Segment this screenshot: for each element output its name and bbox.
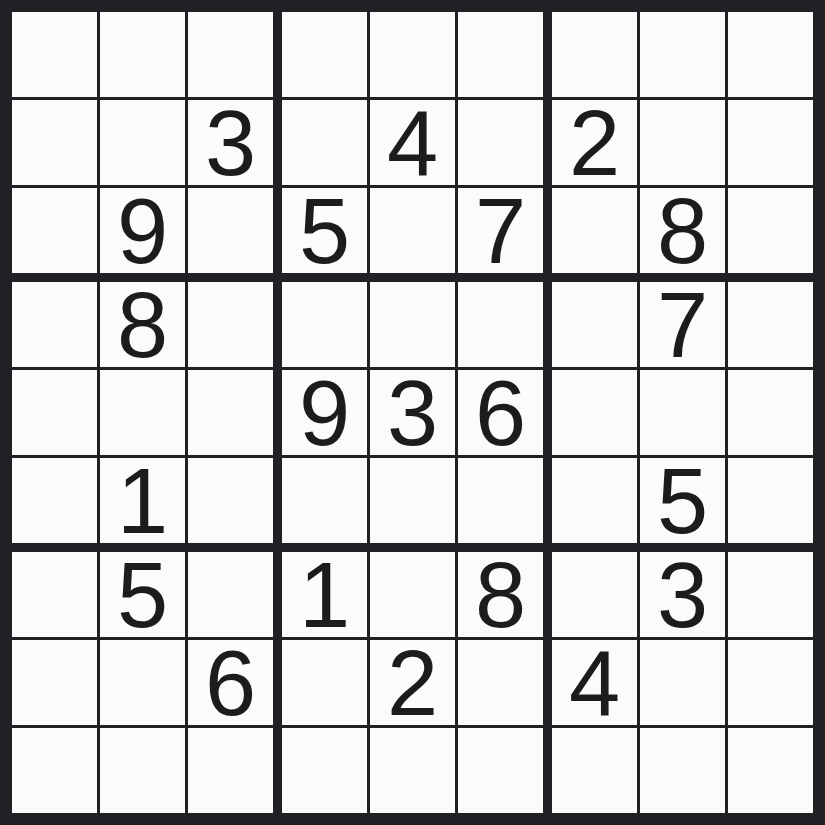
cell-r3c8-given[interactable]: 8 bbox=[640, 188, 725, 273]
sudoku-board: 39 457 28 81 936 75 56 182 34 bbox=[0, 0, 825, 825]
cell-r1c5[interactable] bbox=[370, 12, 455, 97]
sudoku-box-6: 75 bbox=[552, 282, 813, 543]
cell-r6c6[interactable] bbox=[458, 458, 543, 543]
cell-r2c9[interactable] bbox=[728, 100, 813, 185]
cell-r1c9[interactable] bbox=[728, 12, 813, 97]
cell-r9c1[interactable] bbox=[12, 728, 97, 813]
cell-r3c9[interactable] bbox=[728, 188, 813, 273]
cell-r7c8-given[interactable]: 3 bbox=[640, 552, 725, 637]
cell-r9c6[interactable] bbox=[458, 728, 543, 813]
cell-r5c2[interactable] bbox=[100, 370, 185, 455]
cell-r4c2-given[interactable]: 8 bbox=[100, 282, 185, 367]
cell-r6c8-given[interactable]: 5 bbox=[640, 458, 725, 543]
cell-r9c9[interactable] bbox=[728, 728, 813, 813]
cell-r4c5[interactable] bbox=[370, 282, 455, 367]
cell-r2c7-given[interactable]: 2 bbox=[552, 100, 637, 185]
cell-r5c9[interactable] bbox=[728, 370, 813, 455]
cell-r7c9[interactable] bbox=[728, 552, 813, 637]
cell-r6c5[interactable] bbox=[370, 458, 455, 543]
cell-r6c7[interactable] bbox=[552, 458, 637, 543]
cell-r8c4[interactable] bbox=[282, 640, 367, 725]
sudoku-box-2: 457 bbox=[282, 12, 543, 273]
cell-r2c2[interactable] bbox=[100, 100, 185, 185]
cell-r7c7[interactable] bbox=[552, 552, 637, 637]
cell-r8c1[interactable] bbox=[12, 640, 97, 725]
cell-r2c1[interactable] bbox=[12, 100, 97, 185]
cell-r2c5-given[interactable]: 4 bbox=[370, 100, 455, 185]
sudoku-box-9: 34 bbox=[552, 552, 813, 813]
cell-r6c2-given[interactable]: 1 bbox=[100, 458, 185, 543]
cell-r5c3[interactable] bbox=[188, 370, 273, 455]
cell-r8c7-given[interactable]: 4 bbox=[552, 640, 637, 725]
cell-r4c4[interactable] bbox=[282, 282, 367, 367]
cell-r7c2-given[interactable]: 5 bbox=[100, 552, 185, 637]
cell-r7c5[interactable] bbox=[370, 552, 455, 637]
cell-r1c1[interactable] bbox=[12, 12, 97, 97]
cell-r1c6[interactable] bbox=[458, 12, 543, 97]
sudoku-box-8: 182 bbox=[282, 552, 543, 813]
cell-r8c3-given[interactable]: 6 bbox=[188, 640, 273, 725]
cell-r1c7[interactable] bbox=[552, 12, 637, 97]
cell-r9c2[interactable] bbox=[100, 728, 185, 813]
cell-r4c9[interactable] bbox=[728, 282, 813, 367]
cell-r1c4[interactable] bbox=[282, 12, 367, 97]
cell-r4c3[interactable] bbox=[188, 282, 273, 367]
sudoku-box-7: 56 bbox=[12, 552, 273, 813]
cell-r7c6-given[interactable]: 8 bbox=[458, 552, 543, 637]
cell-r5c4-given[interactable]: 9 bbox=[282, 370, 367, 455]
cell-r2c3-given[interactable]: 3 bbox=[188, 100, 273, 185]
cell-r3c3[interactable] bbox=[188, 188, 273, 273]
cell-r6c9[interactable] bbox=[728, 458, 813, 543]
cell-r9c8[interactable] bbox=[640, 728, 725, 813]
cell-r1c3[interactable] bbox=[188, 12, 273, 97]
cell-r5c1[interactable] bbox=[12, 370, 97, 455]
cell-r6c4[interactable] bbox=[282, 458, 367, 543]
sudoku-box-4: 81 bbox=[12, 282, 273, 543]
cell-r1c2[interactable] bbox=[100, 12, 185, 97]
cell-r8c9[interactable] bbox=[728, 640, 813, 725]
sudoku-box-5: 936 bbox=[282, 282, 543, 543]
cell-r5c7[interactable] bbox=[552, 370, 637, 455]
cell-r8c8[interactable] bbox=[640, 640, 725, 725]
cell-r9c4[interactable] bbox=[282, 728, 367, 813]
cell-r3c5[interactable] bbox=[370, 188, 455, 273]
cell-r4c7[interactable] bbox=[552, 282, 637, 367]
cell-r4c1[interactable] bbox=[12, 282, 97, 367]
cell-r8c5-given[interactable]: 2 bbox=[370, 640, 455, 725]
cell-r9c5[interactable] bbox=[370, 728, 455, 813]
cell-r4c6[interactable] bbox=[458, 282, 543, 367]
cell-r7c3[interactable] bbox=[188, 552, 273, 637]
cell-r5c6-given[interactable]: 6 bbox=[458, 370, 543, 455]
cell-r8c2[interactable] bbox=[100, 640, 185, 725]
cell-r3c7[interactable] bbox=[552, 188, 637, 273]
sudoku-box-3: 28 bbox=[552, 12, 813, 273]
cell-r3c6-given[interactable]: 7 bbox=[458, 188, 543, 273]
cell-r8c6[interactable] bbox=[458, 640, 543, 725]
cell-r3c1[interactable] bbox=[12, 188, 97, 273]
cell-r2c4[interactable] bbox=[282, 100, 367, 185]
cell-r1c8[interactable] bbox=[640, 12, 725, 97]
sudoku-box-1: 39 bbox=[12, 12, 273, 273]
cell-r7c1[interactable] bbox=[12, 552, 97, 637]
cell-r5c5-given[interactable]: 3 bbox=[370, 370, 455, 455]
cell-r5c8[interactable] bbox=[640, 370, 725, 455]
cell-r4c8-given[interactable]: 7 bbox=[640, 282, 725, 367]
cell-r9c7[interactable] bbox=[552, 728, 637, 813]
cell-r2c8[interactable] bbox=[640, 100, 725, 185]
cell-r3c4-given[interactable]: 5 bbox=[282, 188, 367, 273]
cell-r6c1[interactable] bbox=[12, 458, 97, 543]
cell-r2c6[interactable] bbox=[458, 100, 543, 185]
cell-r6c3[interactable] bbox=[188, 458, 273, 543]
cell-r9c3[interactable] bbox=[188, 728, 273, 813]
cell-r7c4-given[interactable]: 1 bbox=[282, 552, 367, 637]
cell-r3c2-given[interactable]: 9 bbox=[100, 188, 185, 273]
